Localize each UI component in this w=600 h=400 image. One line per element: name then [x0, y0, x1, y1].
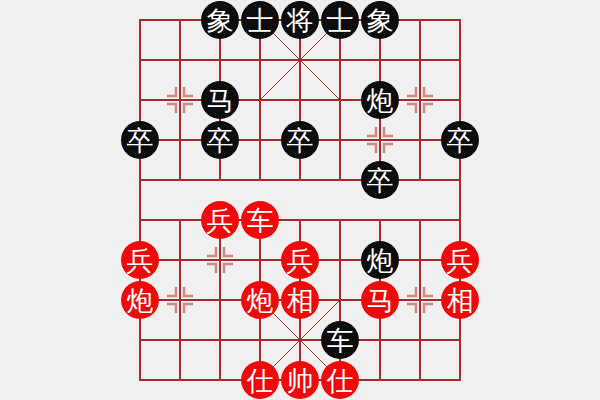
piece-black-king[interactable]: 将: [281, 1, 319, 39]
piece-black-advisor[interactable]: 士: [241, 1, 279, 39]
xiangqi-app: 象士将士象马炮卒卒卒卒卒兵车兵兵炮兵炮炮相马相车仕帅仕: [0, 0, 600, 400]
piece-red-advisor[interactable]: 仕: [321, 361, 359, 399]
piece-red-elephant[interactable]: 相: [441, 281, 479, 319]
piece-black-horse[interactable]: 马: [201, 81, 239, 119]
pieces-layer: 象士将士象马炮卒卒卒卒卒兵车兵兵炮兵炮炮相马相车仕帅仕: [120, 0, 480, 400]
piece-black-elephant[interactable]: 象: [201, 1, 239, 39]
piece-black-elephant[interactable]: 象: [361, 1, 399, 39]
piece-red-pawn[interactable]: 兵: [121, 241, 159, 279]
piece-black-pawn[interactable]: 卒: [281, 121, 319, 159]
piece-red-advisor[interactable]: 仕: [241, 361, 279, 399]
piece-red-pawn[interactable]: 兵: [281, 241, 319, 279]
piece-red-king[interactable]: 帅: [281, 361, 319, 399]
piece-black-cannon[interactable]: 炮: [361, 81, 399, 119]
piece-black-pawn[interactable]: 卒: [121, 121, 159, 159]
piece-black-pawn[interactable]: 卒: [201, 121, 239, 159]
piece-red-cannon[interactable]: 炮: [241, 281, 279, 319]
piece-black-pawn[interactable]: 卒: [441, 121, 479, 159]
piece-black-chariot[interactable]: 车: [321, 321, 359, 359]
piece-black-advisor[interactable]: 士: [321, 1, 359, 39]
piece-red-pawn[interactable]: 兵: [201, 201, 239, 239]
piece-red-chariot[interactable]: 车: [241, 201, 279, 239]
piece-black-cannon[interactable]: 炮: [361, 241, 399, 279]
piece-red-elephant[interactable]: 相: [281, 281, 319, 319]
piece-red-cannon[interactable]: 炮: [121, 281, 159, 319]
piece-red-horse[interactable]: 马: [361, 281, 399, 319]
piece-red-pawn[interactable]: 兵: [441, 241, 479, 279]
piece-black-pawn[interactable]: 卒: [361, 161, 399, 199]
